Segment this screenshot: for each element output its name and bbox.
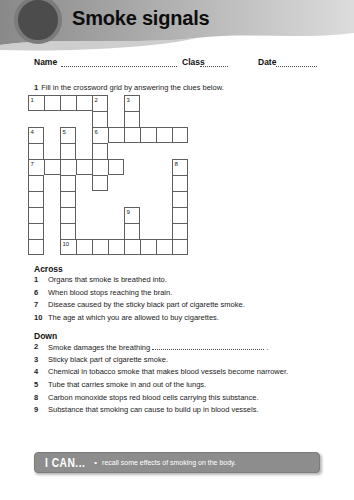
instruction-line: 1Fill in the crossword grid by answering…: [34, 83, 224, 92]
grid-cell[interactable]: [28, 191, 44, 207]
clue-number: 3: [34, 355, 48, 364]
grid-cell[interactable]: [60, 159, 76, 175]
clue-item: 2 Smoke damages the breathing .: [34, 342, 334, 355]
grid-cell[interactable]: [124, 239, 140, 255]
grid-cell[interactable]: 9: [124, 207, 140, 223]
grid-cell[interactable]: [172, 127, 188, 143]
grid-cell[interactable]: [76, 159, 92, 175]
class-input-line[interactable]: [200, 58, 228, 67]
clue-number: 1: [34, 275, 48, 284]
logo-circle: [16, 0, 60, 42]
clue-text: Carbon monoxide stops red blood cells ca…: [48, 393, 259, 402]
grid-cell[interactable]: [28, 143, 44, 159]
date-label: Date: [258, 57, 276, 67]
across-heading: Across: [34, 264, 63, 274]
grid-cell[interactable]: [156, 239, 172, 255]
grid-cell[interactable]: [28, 223, 44, 239]
cell-number: 3: [127, 97, 130, 103]
grid-cell[interactable]: [124, 223, 140, 239]
down-heading: Down: [34, 331, 57, 341]
clue-item: 6 When blood stops reaching the brain.: [34, 288, 334, 301]
grid-cell[interactable]: [44, 95, 60, 111]
clue-number: 9: [34, 405, 48, 414]
grid-cell[interactable]: 5: [60, 127, 76, 143]
clue-item: 7 Disease caused by the sticky black par…: [34, 300, 334, 313]
clue-item: 1 Organs that smoke is breathed into.: [34, 275, 334, 288]
grid-cell[interactable]: [140, 239, 156, 255]
grid-cell[interactable]: [60, 175, 76, 191]
grid-cell[interactable]: [60, 95, 76, 111]
i-can-bar: I CAN... • recall some effects of smokin…: [34, 452, 320, 473]
clue-text: Smoke damages the breathing .: [48, 342, 268, 352]
clue-text: Disease caused by the sticky black part …: [48, 300, 245, 309]
grid-cell[interactable]: 2: [92, 95, 108, 111]
clue-number: 5: [34, 380, 48, 389]
clue-text: The age at which you are allowed to buy …: [48, 313, 219, 322]
date-input-line[interactable]: [276, 58, 317, 67]
grid-cell[interactable]: [172, 239, 188, 255]
grid-cell[interactable]: [92, 239, 108, 255]
worksheet-page: Smoke signals Name Class Date 1Fill in t…: [0, 0, 354, 500]
grid-cell[interactable]: [108, 127, 124, 143]
clue-number: 8: [34, 393, 48, 402]
cell-number: 5: [63, 129, 66, 135]
clue-number: 7: [34, 300, 48, 309]
clue-number: 10: [34, 313, 48, 322]
clue-number: 6: [34, 288, 48, 297]
instruction-text: Fill in the crossword grid by answering …: [41, 83, 224, 92]
clue-item: 3 Sticky black part of cigarette smoke.: [34, 355, 334, 368]
i-can-label: I CAN...: [45, 456, 85, 470]
down-clue-list: 2 Smoke damages the breathing . 3 Sticky…: [34, 342, 334, 418]
grid-cell[interactable]: [76, 95, 92, 111]
grid-cell[interactable]: [108, 159, 124, 175]
grid-cell[interactable]: [76, 239, 92, 255]
clue-text: Organs that smoke is breathed into.: [48, 275, 167, 284]
crossword-grid: 12345678910: [28, 95, 188, 255]
clue-text: When blood stops reaching the brain.: [48, 288, 172, 297]
grid-cell[interactable]: [60, 223, 76, 239]
cell-number: 7: [31, 161, 34, 167]
grid-cell[interactable]: [124, 111, 140, 127]
cell-number: 4: [31, 129, 34, 135]
i-can-text: recall some effects of smoking on the bo…: [102, 459, 236, 466]
cell-number: 1: [31, 97, 34, 103]
grid-cell[interactable]: [44, 159, 60, 175]
clue-item: 5 Tube that carries smoke in and out of …: [34, 380, 334, 393]
name-input-line[interactable]: [61, 58, 177, 67]
cell-number: 2: [95, 97, 98, 103]
cell-number: 10: [63, 241, 70, 247]
grid-cell[interactable]: [140, 127, 156, 143]
instruction-number: 1: [34, 83, 38, 92]
grid-cell[interactable]: 6: [92, 127, 108, 143]
clue-item: 10 The age at which you are allowed to b…: [34, 313, 334, 326]
across-clue-list: 1 Organs that smoke is breathed into. 6 …: [34, 275, 334, 326]
grid-cell[interactable]: [172, 207, 188, 223]
clue-text: Sticky black part of cigarette smoke.: [48, 355, 168, 364]
grid-cell[interactable]: [60, 191, 76, 207]
clue-item: 8 Carbon monoxide stops red blood cells …: [34, 393, 334, 406]
clue-number: 2: [34, 342, 48, 351]
clue-number: 4: [34, 367, 48, 376]
grid-cell[interactable]: [92, 159, 108, 175]
grid-cell[interactable]: [28, 239, 44, 255]
cell-number: 8: [175, 161, 178, 167]
grid-cell[interactable]: [28, 175, 44, 191]
grid-cell[interactable]: [92, 111, 108, 127]
grid-cell[interactable]: [172, 191, 188, 207]
clue-text: Tube that carries smoke in and out of th…: [48, 380, 206, 389]
clue-item: 9 Substance that smoking can cause to bu…: [34, 405, 334, 418]
name-label: Name: [34, 57, 57, 67]
grid-cell[interactable]: [172, 223, 188, 239]
grid-cell[interactable]: [156, 127, 172, 143]
bullet-icon: •: [94, 458, 97, 467]
cell-number: 9: [127, 209, 130, 215]
grid-cell[interactable]: [92, 143, 108, 159]
clue-text: Chemical in tobacco smoke that makes blo…: [48, 367, 288, 376]
grid-cell[interactable]: 8: [172, 159, 188, 175]
clue-text: Substance that smoking can cause to buil…: [48, 405, 259, 414]
grid-cell[interactable]: [60, 207, 76, 223]
grid-cell[interactable]: 10: [60, 239, 76, 255]
grid-cell[interactable]: 7: [28, 159, 44, 175]
answer-blank-line[interactable]: [152, 342, 264, 350]
cell-number: 6: [95, 129, 98, 135]
grid-cell[interactable]: [60, 143, 76, 159]
page-title: Smoke signals: [72, 7, 209, 30]
clue-item: 4 Chemical in tobacco smoke that makes b…: [34, 367, 334, 380]
grid-cell[interactable]: 4: [28, 127, 44, 143]
grid-cell[interactable]: [92, 175, 108, 191]
grid-cell[interactable]: 1: [28, 95, 44, 111]
grid-cell[interactable]: 3: [124, 95, 140, 111]
grid-cell[interactable]: [124, 127, 140, 143]
grid-cell[interactable]: [28, 207, 44, 223]
grid-cell[interactable]: [108, 239, 124, 255]
grid-cell[interactable]: [172, 175, 188, 191]
